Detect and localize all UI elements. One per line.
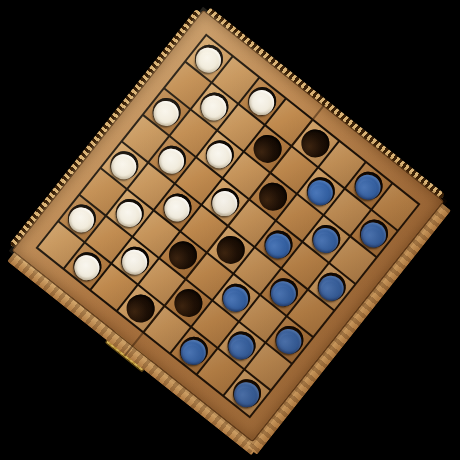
board-photo: ●●●●●●●●●●●●●●●●●●●●●●●●● xyxy=(0,0,460,460)
checkers-board: ●●●●●●●●●●●●●●●●●●●●●●●●● xyxy=(12,10,445,443)
